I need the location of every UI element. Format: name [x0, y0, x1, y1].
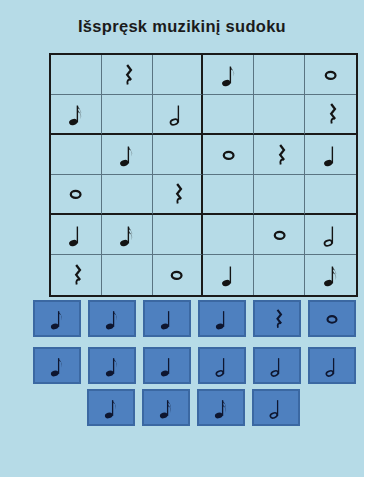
tile-sixteenth[interactable]	[197, 389, 245, 426]
quarter-rest-icon	[271, 142, 288, 168]
cell-r1c2-rest	[102, 55, 153, 95]
cell-r1c5-empty[interactable]	[254, 55, 305, 95]
tile-tray-row-2	[33, 347, 356, 384]
quarter-note-icon	[159, 354, 175, 378]
whole-note-icon	[168, 262, 185, 288]
quarter-rest-icon	[118, 62, 135, 88]
half-note-icon	[168, 101, 185, 127]
cell-r1c1-empty[interactable]	[51, 55, 102, 95]
tile-quarter[interactable]	[143, 347, 191, 384]
cell-r1c6-whole	[305, 55, 356, 95]
sixteenth-note-icon	[213, 396, 229, 420]
tile-eighth[interactable]	[88, 347, 136, 384]
whole-note-icon	[220, 142, 237, 168]
sixteenth-note-icon	[67, 101, 84, 127]
cell-r2c6-rest	[305, 95, 356, 135]
tile-sixteenth[interactable]	[142, 389, 190, 426]
tile-quarter[interactable]	[143, 300, 191, 337]
cell-r3c3-empty[interactable]	[153, 135, 204, 175]
cell-r4c3-rest	[153, 175, 204, 215]
cell-r6c3-whole	[153, 255, 204, 295]
cell-r5c1-quarter	[51, 215, 102, 255]
tile-half[interactable]	[198, 347, 246, 384]
quarter-note-icon	[214, 307, 230, 331]
whole-note-icon	[324, 307, 340, 331]
eighth-note-icon	[103, 396, 119, 420]
music-sudoku-worksheet: Išspręsk muzikinį sudoku	[0, 0, 372, 480]
sixteenth-note-icon	[158, 396, 174, 420]
cell-r2c3-half	[153, 95, 204, 135]
cell-r4c6-empty[interactable]	[305, 175, 356, 215]
quarter-rest-icon	[322, 101, 339, 127]
cell-r5c4-empty[interactable]	[203, 215, 254, 255]
cell-r4c4-empty[interactable]	[203, 175, 254, 215]
cell-r1c3-empty[interactable]	[153, 55, 204, 95]
cell-r3c1-empty[interactable]	[51, 135, 102, 175]
sudoku-board	[49, 53, 358, 297]
half-note-icon	[214, 354, 230, 378]
tile-tray-row-1	[33, 300, 356, 337]
tile-eighth[interactable]	[33, 300, 81, 337]
cell-r6c6-sixteenth	[305, 255, 356, 295]
quarter-note-icon	[159, 307, 175, 331]
tile-whole[interactable]	[308, 300, 356, 337]
cell-r6c1-rest	[51, 255, 102, 295]
tile-half[interactable]	[308, 347, 356, 384]
half-note-icon	[322, 222, 339, 248]
cell-r2c1-sixteenth	[51, 95, 102, 135]
cell-r6c4-quarter	[203, 255, 254, 295]
cell-r2c4-empty[interactable]	[203, 95, 254, 135]
cell-r4c1-whole	[51, 175, 102, 215]
whole-note-icon	[322, 62, 339, 88]
tile-rest[interactable]	[253, 300, 301, 337]
cell-r1c4-eighth	[203, 55, 254, 95]
tile-tray-row-3	[87, 389, 300, 426]
tile-eighth[interactable]	[87, 389, 135, 426]
eighth-note-icon	[104, 307, 120, 331]
tile-eighth[interactable]	[33, 347, 81, 384]
sixteenth-note-icon	[322, 262, 339, 288]
quarter-rest-icon	[67, 262, 84, 288]
tile-half[interactable]	[253, 347, 301, 384]
cell-r6c2-empty[interactable]	[102, 255, 153, 295]
whole-note-icon	[67, 181, 84, 207]
cell-r5c6-half	[305, 215, 356, 255]
tile-eighth[interactable]	[88, 300, 136, 337]
eighth-note-icon	[220, 62, 237, 88]
half-note-icon	[324, 354, 340, 378]
quarter-note-icon	[220, 262, 237, 288]
half-note-icon	[268, 396, 284, 420]
eighth-note-icon	[49, 307, 65, 331]
quarter-rest-icon	[168, 181, 185, 207]
cell-r5c2-sixteenth	[102, 215, 153, 255]
eighth-note-icon	[49, 354, 65, 378]
quarter-note-icon	[322, 142, 339, 168]
cell-r3c5-rest	[254, 135, 305, 175]
sixteenth-note-icon	[118, 222, 135, 248]
cell-r5c5-whole	[254, 215, 305, 255]
quarter-note-icon	[67, 222, 84, 248]
cell-r5c3-empty[interactable]	[153, 215, 204, 255]
quarter-rest-icon	[269, 307, 285, 331]
cell-r2c5-empty[interactable]	[254, 95, 305, 135]
tile-quarter[interactable]	[198, 300, 246, 337]
eighth-note-icon	[118, 142, 135, 168]
eighth-note-icon	[104, 354, 120, 378]
cell-r3c6-quarter	[305, 135, 356, 175]
tile-half[interactable]	[252, 389, 300, 426]
cell-r2c2-empty[interactable]	[102, 95, 153, 135]
cell-r4c2-empty[interactable]	[102, 175, 153, 215]
half-note-icon	[269, 354, 285, 378]
whole-note-icon	[271, 222, 288, 248]
page-title: Išspręsk muzikinį sudoku	[0, 17, 364, 36]
cell-r4c5-empty[interactable]	[254, 175, 305, 215]
cell-r3c4-whole	[203, 135, 254, 175]
cell-r6c5-empty[interactable]	[254, 255, 305, 295]
worksheet-page: Išspręsk muzikinį sudoku	[0, 0, 364, 477]
cell-r3c2-eighth	[102, 135, 153, 175]
